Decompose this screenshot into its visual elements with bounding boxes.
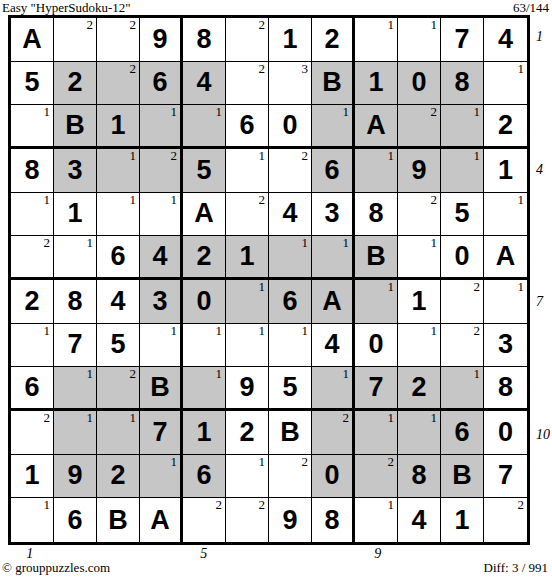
cell-r11c7[interactable]: 2 xyxy=(269,455,312,499)
pencil-mark: 2 xyxy=(44,236,51,250)
pencil-mark: 1 xyxy=(216,105,223,119)
cell-r6c10[interactable]: 1 xyxy=(398,236,441,280)
cell-r8c11[interactable]: 2 xyxy=(441,324,484,368)
cell-r5c11[interactable]: 5 xyxy=(441,193,484,237)
given-value: 5 xyxy=(196,157,211,184)
pencil-mark: 1 xyxy=(87,411,94,425)
cell-r6c5[interactable]: 2 xyxy=(183,236,226,280)
given-value: 0 xyxy=(196,288,211,315)
given-value: 0 xyxy=(454,243,469,270)
given-value: 0 xyxy=(498,419,513,446)
pencil-mark: 2 xyxy=(130,62,137,76)
given-value: 8 xyxy=(324,507,339,534)
given-value: 2 xyxy=(411,374,426,401)
given-value: 8 xyxy=(24,157,39,184)
cell-r12c11[interactable]: 1 xyxy=(441,498,484,542)
pencil-mark: 1 xyxy=(87,236,94,250)
pencil-mark: 1 xyxy=(388,411,395,425)
pencil-mark: 2 xyxy=(431,105,438,119)
pencil-mark: 1 xyxy=(87,367,94,381)
pencil-mark: 1 xyxy=(474,105,481,119)
given-value: 1 xyxy=(454,507,469,534)
cell-r2c7[interactable]: 3 xyxy=(269,62,312,106)
col-label-9: 9 xyxy=(374,546,381,562)
cell-r1c2[interactable]: 2 xyxy=(54,18,97,62)
pencil-mark: 2 xyxy=(259,498,266,512)
pencil-mark: 1 xyxy=(474,367,481,381)
given-value: B xyxy=(452,462,472,489)
puzzle-page: Easy "HyperSudoku-12" 63/144 A2298212117… xyxy=(0,0,552,578)
cell-r10c2[interactable]: 1 xyxy=(54,411,97,455)
given-value: 1 xyxy=(368,69,383,96)
cell-r3c3[interactable]: 1 xyxy=(97,105,140,149)
pencil-mark: 1 xyxy=(171,193,178,207)
cell-r3c11[interactable]: 1 xyxy=(441,105,484,149)
cell-r9c12[interactable]: 8 xyxy=(484,367,527,411)
cell-r11c11[interactable]: B xyxy=(441,455,484,499)
pencil-mark: 1 xyxy=(171,455,178,469)
cell-r10c9[interactable]: 1 xyxy=(355,411,398,455)
cell-r12c7[interactable]: 9 xyxy=(269,498,312,542)
given-value: B xyxy=(322,69,342,96)
cell-r8c2[interactable]: 7 xyxy=(54,324,97,368)
cell-r10c3[interactable]: 1 xyxy=(97,411,140,455)
pencil-mark: 2 xyxy=(302,455,309,469)
cell-r6c12[interactable]: A xyxy=(484,236,527,280)
cell-r10c1[interactable]: 2 xyxy=(11,411,54,455)
cell-r4c5[interactable]: 5 xyxy=(183,149,226,193)
given-value: 6 xyxy=(24,374,39,401)
given-value: 1 xyxy=(196,419,211,446)
cell-r5c3[interactable]: 1 xyxy=(97,193,140,237)
given-value: A xyxy=(22,26,42,53)
pencil-mark: 1 xyxy=(474,149,481,163)
cell-r9c9[interactable]: 7 xyxy=(355,367,398,411)
given-value: B xyxy=(65,112,85,139)
cell-r6c4[interactable]: 4 xyxy=(140,236,183,280)
pencil-mark: 1 xyxy=(44,498,51,512)
cell-r3c8[interactable]: 1 xyxy=(312,105,355,149)
pencil-mark: 2 xyxy=(343,411,350,425)
pencil-mark: 2 xyxy=(518,498,525,512)
pencil-mark: 1 xyxy=(388,280,395,294)
given-value: 1 xyxy=(67,200,82,227)
given-value: 6 xyxy=(239,112,254,139)
given-value: 1 xyxy=(411,288,426,315)
cell-r6c6[interactable]: 1 xyxy=(226,236,269,280)
cell-r3c1[interactable]: 1 xyxy=(11,105,54,149)
row-label-4: 4 xyxy=(536,162,543,178)
cell-r4c1[interactable]: 8 xyxy=(11,149,54,193)
cell-r4c8[interactable]: 6 xyxy=(312,149,355,193)
cell-r4c11[interactable]: 1 xyxy=(441,149,484,193)
given-value: 2 xyxy=(324,26,339,53)
cell-r12c4[interactable]: A xyxy=(140,498,183,542)
cell-r6c1[interactable]: 2 xyxy=(11,236,54,280)
given-value: 1 xyxy=(110,112,125,139)
cell-r4c4[interactable]: 2 xyxy=(140,149,183,193)
given-value: 6 xyxy=(110,243,125,270)
given-value: 6 xyxy=(324,157,339,184)
given-value: A xyxy=(366,112,386,139)
given-value: 1 xyxy=(24,462,39,489)
cell-r10c8[interactable]: 2 xyxy=(312,411,355,455)
given-value: 7 xyxy=(498,462,513,489)
given-value: 0 xyxy=(411,69,426,96)
given-value: 7 xyxy=(454,26,469,53)
pencil-mark: 1 xyxy=(518,62,525,76)
cell-r7c5[interactable]: 0 xyxy=(183,280,226,324)
pencil-mark: 3 xyxy=(302,62,309,76)
cell-r1c5[interactable]: 8 xyxy=(183,18,226,62)
given-value: 5 xyxy=(24,69,39,96)
pencil-mark: 1 xyxy=(130,193,137,207)
cell-r3c10[interactable]: 2 xyxy=(398,105,441,149)
given-value: 4 xyxy=(324,331,339,358)
pencil-mark: 1 xyxy=(302,324,309,338)
cell-r8c9[interactable]: 0 xyxy=(355,324,398,368)
given-value: 9 xyxy=(67,462,82,489)
given-value: 4 xyxy=(411,507,426,534)
pencil-mark: 1 xyxy=(44,324,51,338)
pencil-mark: 1 xyxy=(259,280,266,294)
cell-r11c3[interactable]: 2 xyxy=(97,455,140,499)
pencil-mark: 1 xyxy=(388,149,395,163)
cell-r1c6[interactable]: 2 xyxy=(226,18,269,62)
cell-r7c4[interactable]: 3 xyxy=(140,280,183,324)
difficulty-text: Diff: 3 / 991 xyxy=(484,560,548,576)
row-label-10: 10 xyxy=(536,427,550,443)
cell-r9c2[interactable]: 1 xyxy=(54,367,97,411)
given-value: A xyxy=(496,243,516,270)
given-value: 7 xyxy=(368,374,383,401)
pencil-mark: 1 xyxy=(518,193,525,207)
cell-r9c11[interactable]: 1 xyxy=(441,367,484,411)
given-value: 3 xyxy=(498,331,513,358)
pencil-mark: 1 xyxy=(431,324,438,338)
cell-r8c3[interactable]: 5 xyxy=(97,324,140,368)
pencil-mark: 1 xyxy=(44,193,51,207)
cell-r12c2[interactable]: 6 xyxy=(54,498,97,542)
given-value: 4 xyxy=(498,26,513,53)
cell-r5c4[interactable]: 1 xyxy=(140,193,183,237)
cell-r9c5[interactable]: 1 xyxy=(183,367,226,411)
cell-r4c2[interactable]: 3 xyxy=(54,149,97,193)
cell-r3c2[interactable]: B xyxy=(54,105,97,149)
given-value: 8 xyxy=(498,374,513,401)
cell-r7c6[interactable]: 1 xyxy=(226,280,269,324)
cell-r8c5[interactable]: 1 xyxy=(183,324,226,368)
given-value: 2 xyxy=(24,288,39,315)
cell-r6c11[interactable]: 0 xyxy=(441,236,484,280)
pencil-mark: 2 xyxy=(87,18,94,32)
given-value: 0 xyxy=(368,331,383,358)
cell-r12c1[interactable]: 1 xyxy=(11,498,54,542)
given-value: 9 xyxy=(239,374,254,401)
cell-r11c9[interactable]: 2 xyxy=(355,455,398,499)
pencil-mark: 1 xyxy=(388,18,395,32)
given-value: 1 xyxy=(239,243,254,270)
pencil-mark: 1 xyxy=(343,367,350,381)
pencil-mark: 2 xyxy=(431,193,438,207)
pencil-mark: 2 xyxy=(44,411,51,425)
given-value: 7 xyxy=(152,419,167,446)
cell-r4c12[interactable]: 1 xyxy=(484,149,527,193)
cell-r10c10[interactable]: 1 xyxy=(398,411,441,455)
cell-r3c6[interactable]: 6 xyxy=(226,105,269,149)
cell-r6c9[interactable]: B xyxy=(355,236,398,280)
pencil-mark: 1 xyxy=(343,236,350,250)
cell-r2c4[interactable]: 6 xyxy=(140,62,183,106)
cell-r2c8[interactable]: B xyxy=(312,62,355,106)
page-title: Easy "HyperSudoku-12" xyxy=(2,0,131,16)
cell-r9c8[interactable]: 1 xyxy=(312,367,355,411)
given-value: 4 xyxy=(196,69,211,96)
given-value: 3 xyxy=(324,200,339,227)
pencil-mark: 2 xyxy=(216,498,223,512)
cell-r7c8[interactable]: A xyxy=(312,280,355,324)
pencil-mark: 1 xyxy=(431,411,438,425)
pencil-mark: 2 xyxy=(474,280,481,294)
given-value: A xyxy=(194,200,214,227)
cell-r1c10[interactable]: 1 xyxy=(398,18,441,62)
given-value: 2 xyxy=(498,112,513,139)
given-value: 8 xyxy=(411,462,426,489)
cell-r2c12[interactable]: 1 xyxy=(484,62,527,106)
given-value: 8 xyxy=(67,288,82,315)
cell-r4c6[interactable]: 1 xyxy=(226,149,269,193)
pencil-mark: 2 xyxy=(259,18,266,32)
cell-r8c6[interactable]: 1 xyxy=(226,324,269,368)
cell-r12c3[interactable]: B xyxy=(97,498,140,542)
given-value: A xyxy=(322,288,342,315)
given-value: 4 xyxy=(152,243,167,270)
cell-r2c9[interactable]: 1 xyxy=(355,62,398,106)
cell-r11c10[interactable]: 8 xyxy=(398,455,441,499)
cell-r1c4[interactable]: 9 xyxy=(140,18,183,62)
cell-r5c8[interactable]: 3 xyxy=(312,193,355,237)
given-value: B xyxy=(366,243,386,270)
cell-r10c6[interactable]: 2 xyxy=(226,411,269,455)
cell-r4c3[interactable]: 1 xyxy=(97,149,140,193)
given-value: 2 xyxy=(239,419,254,446)
given-value: 1 xyxy=(282,26,297,53)
given-value: 9 xyxy=(152,26,167,53)
cell-r3c9[interactable]: A xyxy=(355,105,398,149)
cell-r4c7[interactable]: 2 xyxy=(269,149,312,193)
pencil-mark: 1 xyxy=(259,149,266,163)
cell-r9c10[interactable]: 2 xyxy=(398,367,441,411)
cell-r3c5[interactable]: 1 xyxy=(183,105,226,149)
pencil-mark: 2 xyxy=(302,149,309,163)
pencil-mark: 2 xyxy=(388,455,395,469)
given-value: 6 xyxy=(454,419,469,446)
cell-r12c12[interactable]: 2 xyxy=(484,498,527,542)
cell-r8c7[interactable]: 1 xyxy=(269,324,312,368)
pencil-mark: 2 xyxy=(130,367,137,381)
pencil-mark: 1 xyxy=(518,280,525,294)
cell-r5c12[interactable]: 1 xyxy=(484,193,527,237)
given-value: B xyxy=(108,507,128,534)
cell-r6c8[interactable]: 1 xyxy=(312,236,355,280)
given-value: 3 xyxy=(152,288,167,315)
given-value: 6 xyxy=(67,507,82,534)
pencil-mark: 2 xyxy=(130,18,137,32)
pencil-mark: 2 xyxy=(259,62,266,76)
cell-r12c10[interactable]: 4 xyxy=(398,498,441,542)
cell-r6c7[interactable]: 1 xyxy=(269,236,312,280)
cell-r7c1[interactable]: 2 xyxy=(11,280,54,324)
given-value: 5 xyxy=(282,374,297,401)
cell-r2c2[interactable]: 2 xyxy=(54,62,97,106)
cell-r2c10[interactable]: 0 xyxy=(398,62,441,106)
cell-r11c6[interactable]: 1 xyxy=(226,455,269,499)
given-value: 5 xyxy=(110,331,125,358)
pencil-mark: 1 xyxy=(216,324,223,338)
cell-r5c2[interactable]: 1 xyxy=(54,193,97,237)
pencil-mark: 1 xyxy=(171,105,178,119)
given-value: B xyxy=(280,419,300,446)
given-value: 5 xyxy=(454,200,469,227)
sudoku-grid: A229821211745226423B10811B111601A2128312… xyxy=(8,15,530,545)
given-value: 4 xyxy=(282,200,297,227)
cell-r10c4[interactable]: 7 xyxy=(140,411,183,455)
cell-r1c12[interactable]: 4 xyxy=(484,18,527,62)
cell-r10c12[interactable]: 0 xyxy=(484,411,527,455)
pencil-mark: 2 xyxy=(171,149,178,163)
pencil-mark: 1 xyxy=(171,324,178,338)
cell-r2c5[interactable]: 4 xyxy=(183,62,226,106)
cell-r11c2[interactable]: 9 xyxy=(54,455,97,499)
cell-r9c7[interactable]: 5 xyxy=(269,367,312,411)
given-value: 8 xyxy=(454,69,469,96)
given-value: B xyxy=(150,374,170,401)
cell-r12c6[interactable]: 2 xyxy=(226,498,269,542)
cell-r1c8[interactable]: 2 xyxy=(312,18,355,62)
cell-r7c9[interactable]: 1 xyxy=(355,280,398,324)
cell-r6c3[interactable]: 6 xyxy=(97,236,140,280)
given-value: 8 xyxy=(196,26,211,53)
cell-r9c4[interactable]: B xyxy=(140,367,183,411)
cell-r5c9[interactable]: 8 xyxy=(355,193,398,237)
pencil-mark: 1 xyxy=(216,367,223,381)
cell-r8c4[interactable]: 1 xyxy=(140,324,183,368)
col-label-5: 5 xyxy=(200,546,207,562)
cell-r2c11[interactable]: 8 xyxy=(441,62,484,106)
pencil-mark: 1 xyxy=(44,105,51,119)
cell-r2c6[interactable]: 2 xyxy=(226,62,269,106)
cell-r3c12[interactable]: 2 xyxy=(484,105,527,149)
given-value: 2 xyxy=(67,69,82,96)
pencil-mark: 2 xyxy=(474,324,481,338)
cell-r11c5[interactable]: 6 xyxy=(183,455,226,499)
cell-r1c3[interactable]: 2 xyxy=(97,18,140,62)
cell-r11c4[interactable]: 1 xyxy=(140,455,183,499)
cell-r8c10[interactable]: 1 xyxy=(398,324,441,368)
cell-r7c12[interactable]: 1 xyxy=(484,280,527,324)
cell-r3c4[interactable]: 1 xyxy=(140,105,183,149)
cell-r1c7[interactable]: 1 xyxy=(269,18,312,62)
cell-r12c5[interactable]: 2 xyxy=(183,498,226,542)
pencil-mark: 1 xyxy=(431,236,438,250)
cell-r7c10[interactable]: 1 xyxy=(398,280,441,324)
cell-r11c8[interactable]: 0 xyxy=(312,455,355,499)
cell-r11c12[interactable]: 7 xyxy=(484,455,527,499)
given-value: 9 xyxy=(411,157,426,184)
cell-r9c3[interactable]: 2 xyxy=(97,367,140,411)
given-value: 3 xyxy=(67,157,82,184)
cell-r4c10[interactable]: 9 xyxy=(398,149,441,193)
pencil-mark: 1 xyxy=(343,105,350,119)
row-label-1: 1 xyxy=(536,29,543,45)
given-value: 2 xyxy=(196,243,211,270)
cell-r7c7[interactable]: 6 xyxy=(269,280,312,324)
cell-r12c9[interactable]: 1 xyxy=(355,498,398,542)
given-value: 9 xyxy=(282,507,297,534)
given-value: 6 xyxy=(196,462,211,489)
cell-r10c7[interactable]: B xyxy=(269,411,312,455)
given-value: 8 xyxy=(368,200,383,227)
cell-r7c3[interactable]: 4 xyxy=(97,280,140,324)
pencil-mark: 1 xyxy=(302,236,309,250)
cell-r11c1[interactable]: 1 xyxy=(11,455,54,499)
cell-r5c10[interactable]: 2 xyxy=(398,193,441,237)
given-value: 1 xyxy=(498,157,513,184)
given-value: 6 xyxy=(282,288,297,315)
cell-r5c1[interactable]: 1 xyxy=(11,193,54,237)
given-value: 0 xyxy=(324,462,339,489)
col-label-1: 1 xyxy=(26,546,33,562)
pencil-mark: 1 xyxy=(130,411,137,425)
cell-r8c8[interactable]: 4 xyxy=(312,324,355,368)
cell-r1c11[interactable]: 7 xyxy=(441,18,484,62)
given-value: 6 xyxy=(152,69,167,96)
given-value: 2 xyxy=(110,462,125,489)
pencil-mark: 1 xyxy=(130,149,137,163)
cell-r2c1[interactable]: 5 xyxy=(11,62,54,106)
cell-r10c5[interactable]: 1 xyxy=(183,411,226,455)
cell-r8c12[interactable]: 3 xyxy=(484,324,527,368)
cell-r5c6[interactable]: 2 xyxy=(226,193,269,237)
given-value: A xyxy=(150,507,170,534)
given-value: 4 xyxy=(110,288,125,315)
cell-r5c5[interactable]: A xyxy=(183,193,226,237)
pencil-mark: 1 xyxy=(388,498,395,512)
pencil-mark: 1 xyxy=(259,324,266,338)
pencil-mark: 1 xyxy=(431,18,438,32)
copyright-text: © grouppuzzles.com xyxy=(2,560,110,576)
cell-r8c1[interactable]: 1 xyxy=(11,324,54,368)
cell-r9c6[interactable]: 9 xyxy=(226,367,269,411)
cell-r2c3[interactable]: 2 xyxy=(97,62,140,106)
cell-r6c2[interactable]: 1 xyxy=(54,236,97,280)
cell-r5c7[interactable]: 4 xyxy=(269,193,312,237)
pencil-mark: 2 xyxy=(259,193,266,207)
cell-counter: 63/144 xyxy=(513,0,549,16)
cell-r1c1[interactable]: A xyxy=(11,18,54,62)
row-label-7: 7 xyxy=(536,294,543,310)
cell-r7c11[interactable]: 2 xyxy=(441,280,484,324)
cell-r3c7[interactable]: 0 xyxy=(269,105,312,149)
cell-r10c11[interactable]: 6 xyxy=(441,411,484,455)
cell-r7c2[interactable]: 8 xyxy=(54,280,97,324)
cell-r9c1[interactable]: 6 xyxy=(11,367,54,411)
pencil-mark: 1 xyxy=(259,455,266,469)
cell-r12c8[interactable]: 8 xyxy=(312,498,355,542)
cell-r1c9[interactable]: 1 xyxy=(355,18,398,62)
cell-r4c9[interactable]: 1 xyxy=(355,149,398,193)
given-value: 0 xyxy=(282,112,297,139)
